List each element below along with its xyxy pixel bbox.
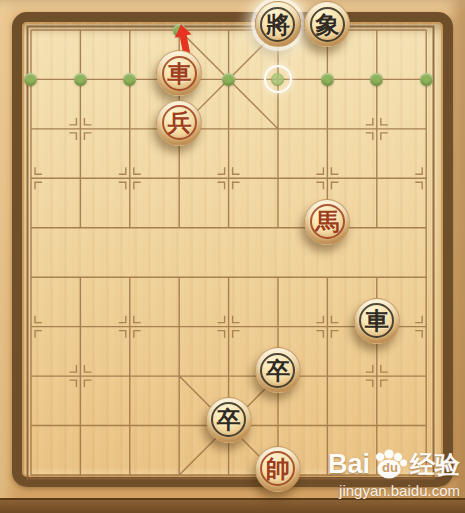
piece-glyph: 兵: [167, 110, 191, 135]
move-hint-dot-mark[interactable]: [24, 73, 37, 86]
watermark-bai-text: Bai: [328, 449, 370, 480]
move-hint-dot[interactable]: [204, 55, 253, 104]
watermark-logo: Bai du 经验: [328, 448, 460, 481]
piece-glyph: 馬: [315, 209, 339, 234]
move-hint-dot[interactable]: [303, 55, 352, 104]
cell-black-chariot[interactable]: 車: [352, 302, 401, 351]
move-hint-dot[interactable]: [401, 55, 450, 104]
move-hint-dot[interactable]: [105, 55, 154, 104]
move-hint-dot-mark[interactable]: [370, 73, 383, 86]
highlight-ring[interactable]: [264, 65, 292, 93]
cell-red-horse[interactable]: 馬: [303, 203, 352, 252]
piece-glyph: 象: [315, 12, 339, 37]
move-hint-dot-mark[interactable]: [222, 73, 235, 86]
piece-glyph: 車: [167, 61, 191, 86]
watermark-du-text: du: [382, 459, 398, 474]
watermark-jingyan-text: 经验: [410, 448, 460, 481]
move-hint-dot-mark[interactable]: [123, 73, 136, 86]
move-hint-dot[interactable]: [154, 5, 203, 54]
cell-black-soldier-2[interactable]: 卒: [204, 401, 253, 450]
move-hint-dot-mark[interactable]: [74, 73, 87, 86]
move-hint-dot[interactable]: [56, 55, 105, 104]
baidu-jingyan-watermark: Bai du 经验 jingyan.baidu.com: [328, 448, 460, 499]
piece-glyph: 卒: [266, 358, 290, 383]
baidu-paw-icon: du: [372, 449, 408, 480]
ring-inner-dot: [271, 73, 284, 86]
piece-glyph: 車: [365, 308, 389, 333]
move-hint-dot-mark[interactable]: [321, 73, 334, 86]
piece-red-general[interactable]: 帥: [255, 446, 301, 492]
piece-black-soldier-1[interactable]: 卒: [255, 347, 301, 393]
watermark-url: jingyan.baidu.com: [328, 482, 460, 499]
move-hint-dot[interactable]: [352, 55, 401, 104]
piece-black-soldier-2[interactable]: 卒: [206, 397, 252, 443]
cell-black-general[interactable]: 將: [253, 5, 302, 54]
piece-glyph: 將: [266, 12, 290, 37]
xiangqi-game-screen: 將象車兵馬車卒卒帥 Bai du 经验 jingyan.baidu.com: [0, 0, 465, 513]
move-hint-dot[interactable]: [6, 55, 55, 104]
piece-black-elephant[interactable]: 象: [304, 1, 350, 47]
cell-red-chariot[interactable]: 車: [154, 55, 203, 104]
cell-black-soldier-1[interactable]: 卒: [253, 351, 302, 400]
piece-black-chariot[interactable]: 車: [354, 298, 400, 344]
piece-red-soldier[interactable]: 兵: [156, 100, 202, 146]
highlight-ring-marker[interactable]: [253, 55, 302, 104]
move-hint-dot-mark[interactable]: [173, 24, 186, 37]
cell-black-elephant[interactable]: 象: [303, 5, 352, 54]
piece-glyph: 帥: [266, 456, 290, 481]
table-edge: [0, 498, 465, 513]
piece-red-chariot[interactable]: 車: [156, 50, 202, 96]
piece-red-horse[interactable]: 馬: [304, 199, 350, 245]
cell-red-soldier[interactable]: 兵: [154, 104, 203, 153]
piece-glyph: 卒: [217, 407, 241, 432]
board-grid[interactable]: 將象車兵馬車卒卒帥: [6, 5, 451, 499]
move-hint-dot-mark[interactable]: [420, 73, 433, 86]
piece-black-general[interactable]: 將: [255, 1, 301, 47]
cell-red-general[interactable]: 帥: [253, 450, 302, 499]
